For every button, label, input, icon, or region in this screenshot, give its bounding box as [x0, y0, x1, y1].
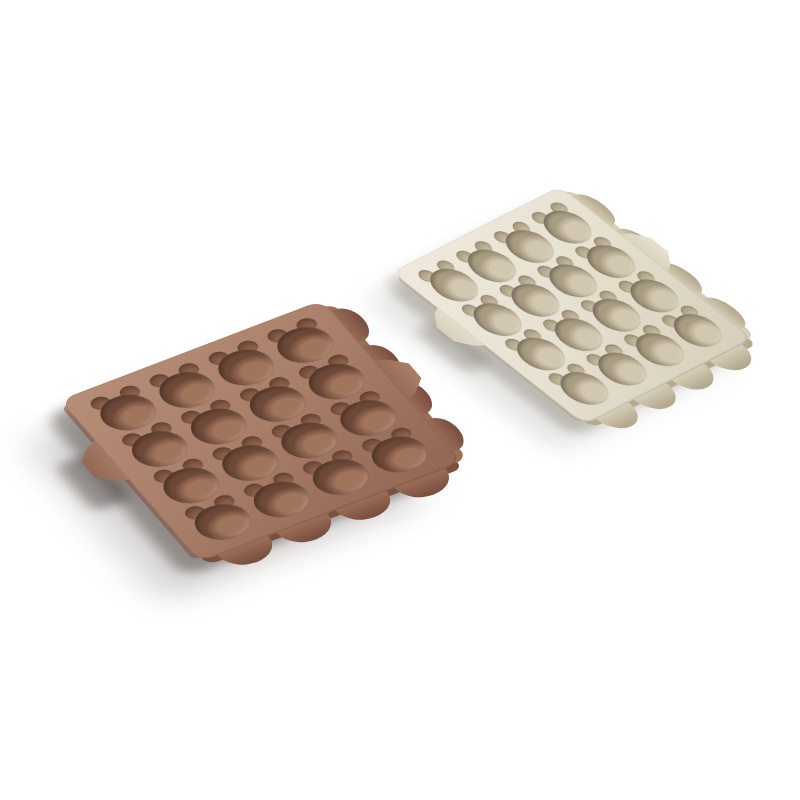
cream-silicone-tray — [392, 186, 753, 425]
product-photo — [0, 0, 800, 800]
